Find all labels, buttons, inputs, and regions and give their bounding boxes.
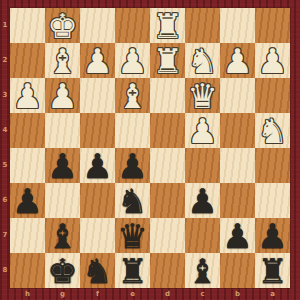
- square-c3[interactable]: ♛: [185, 78, 220, 113]
- piece-white-pawn-h3: ♟: [10, 78, 45, 113]
- square-e5[interactable]: ♟: [115, 148, 150, 183]
- file-label-c: c: [185, 289, 220, 300]
- piece-white-pawn-f2: ♟: [80, 43, 115, 78]
- piece-black-pawn-b7: ♟: [220, 218, 255, 253]
- square-f4[interactable]: [80, 113, 115, 148]
- square-a4[interactable]: ♞: [255, 113, 290, 148]
- square-c7[interactable]: [185, 218, 220, 253]
- square-b8[interactable]: [220, 253, 255, 288]
- square-g1[interactable]: ♚: [45, 8, 80, 43]
- piece-white-rook-d2: ♜: [150, 43, 185, 78]
- square-f1[interactable]: [80, 8, 115, 43]
- square-g5[interactable]: ♟: [45, 148, 80, 183]
- file-label-h: h: [10, 289, 45, 300]
- piece-white-bishop-g2: ♝: [45, 43, 80, 78]
- file-label-f: f: [80, 289, 115, 300]
- square-e7[interactable]: ♛: [115, 218, 150, 253]
- piece-black-pawn-c6: ♟: [185, 183, 220, 218]
- square-d2[interactable]: ♜: [150, 43, 185, 78]
- square-h2[interactable]: [10, 43, 45, 78]
- square-b6[interactable]: [220, 183, 255, 218]
- square-f3[interactable]: [80, 78, 115, 113]
- piece-white-queen-c3: ♛: [185, 78, 220, 113]
- rank-label-2: 2: [0, 43, 10, 78]
- square-e3[interactable]: ♝: [115, 78, 150, 113]
- square-b5[interactable]: [220, 148, 255, 183]
- rank-label-4: 4: [0, 113, 10, 148]
- piece-black-rook-a8: ♜: [255, 253, 290, 288]
- piece-black-knight-f8: ♞: [80, 253, 115, 288]
- file-label-a: a: [255, 289, 290, 300]
- file-label-d: d: [150, 289, 185, 300]
- square-b2[interactable]: ♟: [220, 43, 255, 78]
- square-f2[interactable]: ♟: [80, 43, 115, 78]
- square-b4[interactable]: [220, 113, 255, 148]
- square-g3[interactable]: ♟: [45, 78, 80, 113]
- square-d3[interactable]: [150, 78, 185, 113]
- piece-black-rook-e8: ♜: [115, 253, 150, 288]
- file-label-b: b: [220, 289, 255, 300]
- square-g7[interactable]: ♝: [45, 218, 80, 253]
- piece-black-king-g8: ♚: [45, 253, 80, 288]
- piece-black-knight-e6: ♞: [115, 183, 150, 218]
- square-c8[interactable]: ♝: [185, 253, 220, 288]
- square-h4[interactable]: [10, 113, 45, 148]
- square-h8[interactable]: [10, 253, 45, 288]
- square-h3[interactable]: ♟: [10, 78, 45, 113]
- square-e6[interactable]: ♞: [115, 183, 150, 218]
- piece-white-pawn-e2: ♟: [115, 43, 150, 78]
- chess-board-diagram: ♚♜♝♟♟♜♞♟♟♟♟♝♛♟♞♟♟♟♟♞♟♝♛♟♟♚♞♜♝♜ 12345678 …: [0, 0, 300, 300]
- square-a5[interactable]: [255, 148, 290, 183]
- rank-label-6: 6: [0, 183, 10, 218]
- piece-white-bishop-e3: ♝: [115, 78, 150, 113]
- square-c6[interactable]: ♟: [185, 183, 220, 218]
- square-b3[interactable]: [220, 78, 255, 113]
- rank-label-1: 1: [0, 8, 10, 43]
- piece-black-bishop-c8: ♝: [185, 253, 220, 288]
- square-h1[interactable]: [10, 8, 45, 43]
- piece-white-pawn-a2: ♟: [255, 43, 290, 78]
- square-a3[interactable]: [255, 78, 290, 113]
- square-g8[interactable]: ♚: [45, 253, 80, 288]
- square-c2[interactable]: ♞: [185, 43, 220, 78]
- square-d4[interactable]: [150, 113, 185, 148]
- piece-white-pawn-c4: ♟: [185, 113, 220, 148]
- board: ♚♜♝♟♟♜♞♟♟♟♟♝♛♟♞♟♟♟♟♞♟♝♛♟♟♚♞♜♝♜: [10, 8, 290, 288]
- square-b7[interactable]: ♟: [220, 218, 255, 253]
- piece-white-rook-d1: ♜: [150, 8, 185, 43]
- rank-label-3: 3: [0, 78, 10, 113]
- piece-black-bishop-g7: ♝: [45, 218, 80, 253]
- piece-black-pawn-f5: ♟: [80, 148, 115, 183]
- square-e2[interactable]: ♟: [115, 43, 150, 78]
- file-label-g: g: [45, 289, 80, 300]
- rank-label-5: 5: [0, 148, 10, 183]
- square-d1[interactable]: ♜: [150, 8, 185, 43]
- square-c5[interactable]: [185, 148, 220, 183]
- piece-black-pawn-h6: ♟: [10, 183, 45, 218]
- square-d5[interactable]: [150, 148, 185, 183]
- square-a8[interactable]: ♜: [255, 253, 290, 288]
- square-d8[interactable]: [150, 253, 185, 288]
- square-a6[interactable]: [255, 183, 290, 218]
- square-g6[interactable]: [45, 183, 80, 218]
- square-d7[interactable]: [150, 218, 185, 253]
- square-f6[interactable]: [80, 183, 115, 218]
- piece-white-king-g1: ♚: [45, 8, 80, 43]
- piece-white-knight-a4: ♞: [255, 113, 290, 148]
- square-a1[interactable]: [255, 8, 290, 43]
- piece-black-pawn-g5: ♟: [45, 148, 80, 183]
- rank-label-8: 8: [0, 253, 10, 288]
- square-g4[interactable]: [45, 113, 80, 148]
- square-c4[interactable]: ♟: [185, 113, 220, 148]
- piece-white-knight-c2: ♞: [185, 43, 220, 78]
- file-label-e: e: [115, 289, 150, 300]
- square-f5[interactable]: ♟: [80, 148, 115, 183]
- rank-label-7: 7: [0, 218, 10, 253]
- piece-black-pawn-a7: ♟: [255, 218, 290, 253]
- square-e1[interactable]: [115, 8, 150, 43]
- square-h6[interactable]: ♟: [10, 183, 45, 218]
- piece-black-queen-e7: ♛: [115, 218, 150, 253]
- square-c1[interactable]: [185, 8, 220, 43]
- piece-white-pawn-b2: ♟: [220, 43, 255, 78]
- square-g2[interactable]: ♝: [45, 43, 80, 78]
- square-f7[interactable]: [80, 218, 115, 253]
- square-a7[interactable]: ♟: [255, 218, 290, 253]
- piece-black-pawn-e5: ♟: [115, 148, 150, 183]
- square-d6[interactable]: [150, 183, 185, 218]
- square-e8[interactable]: ♜: [115, 253, 150, 288]
- square-h7[interactable]: [10, 218, 45, 253]
- square-h5[interactable]: [10, 148, 45, 183]
- square-b1[interactable]: [220, 8, 255, 43]
- square-e4[interactable]: [115, 113, 150, 148]
- square-f8[interactable]: ♞: [80, 253, 115, 288]
- square-a2[interactable]: ♟: [255, 43, 290, 78]
- piece-white-pawn-g3: ♟: [45, 78, 80, 113]
